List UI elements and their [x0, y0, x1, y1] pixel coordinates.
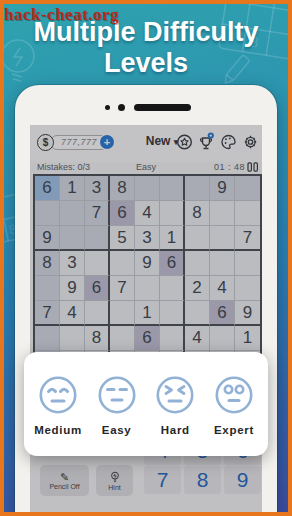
difficulty-option-expert[interactable]: Expert: [208, 375, 260, 436]
difficulty-option-medium[interactable]: Medium: [32, 375, 84, 436]
app-screen: $ 777,777 + New ▾: [30, 125, 262, 516]
squint-eyes-face-icon: [155, 375, 195, 415]
phone-speaker: [15, 102, 277, 112]
speaker-bar: [134, 104, 191, 111]
title-line-2: Levels: [0, 48, 292, 79]
camera-dot: [118, 104, 125, 111]
wide-eyes-face-icon: [214, 375, 254, 415]
camera-dot: [105, 105, 110, 110]
dash-eyes-face-icon: [97, 375, 137, 415]
relaxed-eyes-face-icon: [38, 375, 78, 415]
page-title: Multiple Difficulty Levels: [0, 17, 292, 79]
difficulty-option-easy[interactable]: Easy: [91, 375, 143, 436]
difficulty-dialog: Medium Easy Hard: [24, 352, 268, 456]
modal-dim-overlay[interactable]: [30, 125, 262, 516]
watermark: hack-cheat.org: [4, 5, 119, 25]
difficulty-option-hard[interactable]: Hard: [149, 375, 201, 436]
